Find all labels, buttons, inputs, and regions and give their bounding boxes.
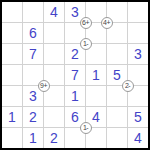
cell-r5c1[interactable] [2, 86, 22, 106]
cell-r6c3[interactable] [44, 107, 64, 127]
cell-r2c3[interactable] [44, 23, 64, 43]
cell-r2c7[interactable] [128, 23, 148, 43]
cell-r5c4[interactable]: 1 [65, 86, 85, 106]
cell-r4c4[interactable]: 7 [65, 65, 85, 85]
mathrax-board: 4367237153112645124 6+4+1-9+2-1- [0, 0, 150, 150]
mathrax-circle-6plus-0: 6+ [80, 17, 92, 29]
cell-r1c7[interactable] [128, 2, 148, 22]
cell-r2c1[interactable] [2, 23, 22, 43]
mathrax-circle-1minus-5: 1- [80, 122, 92, 134]
cell-r3c6[interactable] [107, 44, 127, 64]
cell-r7c7[interactable]: 4 [128, 128, 148, 148]
cell-r3c2[interactable]: 7 [23, 44, 43, 64]
cell-r1c2[interactable] [23, 2, 43, 22]
cell-r6c2[interactable]: 2 [23, 107, 43, 127]
mathrax-circle-2minus-4: 2- [122, 80, 134, 92]
cell-r3c7[interactable]: 3 [128, 44, 148, 64]
cell-r5c5[interactable] [86, 86, 106, 106]
cell-r3c3[interactable] [44, 44, 64, 64]
cell-r3c1[interactable] [2, 44, 22, 64]
cell-r7c6[interactable] [107, 128, 127, 148]
cell-r2c2[interactable]: 6 [23, 23, 43, 43]
mathrax-circle-4plus-1: 4+ [101, 17, 113, 29]
mathrax-circle-9plus-3: 9+ [38, 80, 50, 92]
cell-r7c2[interactable]: 1 [23, 128, 43, 148]
cell-r6c7[interactable]: 5 [128, 107, 148, 127]
cell-r7c3[interactable]: 2 [44, 128, 64, 148]
cell-r1c1[interactable] [2, 2, 22, 22]
cell-r4c5[interactable]: 1 [86, 65, 106, 85]
cell-r1c3[interactable]: 4 [44, 2, 64, 22]
puzzle-grid: 4367237153112645124 [2, 2, 148, 148]
cell-r4c1[interactable] [2, 65, 22, 85]
mathrax-circle-1minus-2: 1- [80, 38, 92, 50]
cell-r6c6[interactable] [107, 107, 127, 127]
cell-r7c1[interactable] [2, 128, 22, 148]
cell-r6c1[interactable]: 1 [2, 107, 22, 127]
